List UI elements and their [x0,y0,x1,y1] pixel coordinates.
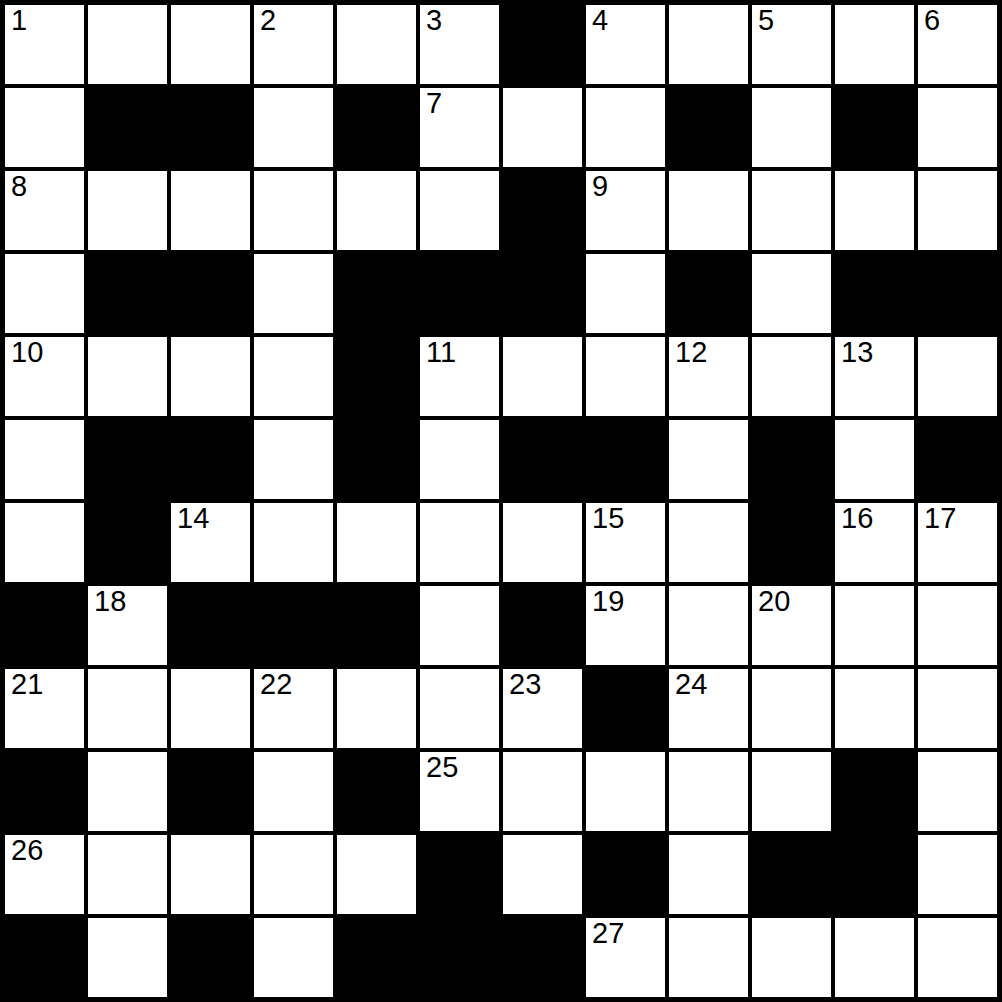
black-cell [88,503,167,582]
black-cell [5,752,84,831]
clue-number: 25 [426,752,458,784]
clue-number: 18 [94,586,126,618]
white-cell[interactable]: 22 [254,669,333,748]
black-cell [337,337,416,416]
black-cell [171,918,250,997]
clue-number: 12 [675,337,707,369]
black-cell [337,752,416,831]
clue-number: 5 [758,5,774,37]
white-cell[interactable] [5,88,84,167]
clue-number: 4 [592,5,608,37]
black-cell [5,586,84,665]
black-cell [835,835,914,914]
black-cell [171,88,250,167]
white-cell[interactable] [669,420,748,499]
clue-number: 9 [592,171,608,203]
white-cell[interactable] [918,835,997,914]
clue-number: 23 [509,669,541,701]
white-cell[interactable]: 7 [420,88,499,167]
white-cell[interactable]: 27 [586,918,665,997]
black-cell [669,88,748,167]
white-cell[interactable] [918,171,997,250]
black-cell [171,586,250,665]
black-cell [337,918,416,997]
white-cell[interactable] [752,337,831,416]
white-cell[interactable] [337,835,416,914]
clue-number: 11 [426,337,456,369]
black-cell [171,420,250,499]
white-cell[interactable] [503,337,582,416]
white-cell[interactable]: 16 [835,503,914,582]
black-cell [337,254,416,333]
black-cell [337,420,416,499]
black-cell [586,420,665,499]
white-cell[interactable] [669,835,748,914]
white-cell[interactable] [669,586,748,665]
clue-number: 24 [675,669,707,701]
white-cell[interactable]: 23 [503,669,582,748]
white-cell[interactable] [88,918,167,997]
white-cell[interactable] [254,171,333,250]
white-cell[interactable] [420,586,499,665]
white-cell[interactable]: 24 [669,669,748,748]
clue-number: 6 [924,5,940,37]
white-cell[interactable] [337,669,416,748]
clue-number: 16 [841,503,873,535]
clue-number: 1 [11,5,27,37]
white-cell[interactable]: 14 [171,503,250,582]
white-cell[interactable]: 2 [254,5,333,84]
black-cell [420,918,499,997]
white-cell[interactable]: 26 [5,835,84,914]
white-cell[interactable] [918,586,997,665]
black-cell [171,254,250,333]
white-cell[interactable] [88,5,167,84]
white-cell[interactable] [420,420,499,499]
white-cell[interactable] [918,88,997,167]
black-cell [503,586,582,665]
white-cell[interactable]: 8 [5,171,84,250]
white-cell[interactable] [171,171,250,250]
white-cell[interactable] [420,171,499,250]
white-cell[interactable] [254,88,333,167]
white-cell[interactable] [752,669,831,748]
black-cell [503,254,582,333]
black-cell [254,586,333,665]
white-cell[interactable] [752,171,831,250]
black-cell [88,88,167,167]
white-cell[interactable]: 25 [420,752,499,831]
clue-number: 2 [260,5,276,37]
white-cell[interactable] [669,171,748,250]
white-cell[interactable] [918,918,997,997]
white-cell[interactable] [586,337,665,416]
white-cell[interactable] [254,337,333,416]
black-cell [918,254,997,333]
white-cell[interactable]: 9 [586,171,665,250]
black-cell [503,5,582,84]
white-cell[interactable] [503,835,582,914]
black-cell [752,835,831,914]
white-cell[interactable] [835,420,914,499]
white-cell[interactable] [420,503,499,582]
white-cell[interactable]: 13 [835,337,914,416]
crossword-grid: 1234567891011121314151617181920212223242… [0,0,1002,1002]
white-cell[interactable] [503,503,582,582]
white-cell[interactable] [254,918,333,997]
clue-number: 13 [841,337,873,369]
clue-number: 26 [11,835,43,867]
white-cell[interactable] [254,835,333,914]
white-cell[interactable] [503,752,582,831]
clue-number: 7 [426,88,442,120]
clue-number: 8 [11,171,27,203]
white-cell[interactable] [835,5,914,84]
white-cell[interactable] [669,503,748,582]
white-cell[interactable] [669,752,748,831]
white-cell[interactable] [669,5,748,84]
white-cell[interactable] [171,5,250,84]
white-cell[interactable]: 19 [586,586,665,665]
white-cell[interactable] [171,337,250,416]
white-cell[interactable] [752,752,831,831]
white-cell[interactable]: 3 [420,5,499,84]
white-cell[interactable] [171,835,250,914]
white-cell[interactable] [5,254,84,333]
black-cell [835,88,914,167]
white-cell[interactable] [171,669,250,748]
black-cell [171,752,250,831]
white-cell[interactable] [835,918,914,997]
black-cell [669,254,748,333]
white-cell[interactable] [752,254,831,333]
white-cell[interactable] [503,88,582,167]
white-cell[interactable] [918,669,997,748]
black-cell [420,835,499,914]
clue-number: 22 [260,669,292,701]
clue-number: 19 [592,586,624,618]
white-cell[interactable]: 12 [669,337,748,416]
white-cell[interactable]: 4 [586,5,665,84]
white-cell[interactable]: 5 [752,5,831,84]
white-cell[interactable] [5,503,84,582]
black-cell [503,420,582,499]
white-cell[interactable]: 17 [918,503,997,582]
clue-number: 15 [592,503,624,535]
white-cell[interactable]: 11 [420,337,499,416]
clue-number: 10 [11,337,43,369]
white-cell[interactable] [88,171,167,250]
white-cell[interactable] [835,669,914,748]
black-cell [752,503,831,582]
black-cell [503,918,582,997]
white-cell[interactable] [918,337,997,416]
white-cell[interactable] [254,503,333,582]
white-cell[interactable] [586,88,665,167]
black-cell [586,669,665,748]
white-cell[interactable] [337,503,416,582]
white-cell[interactable]: 10 [5,337,84,416]
white-cell[interactable]: 6 [918,5,997,84]
white-cell[interactable] [254,752,333,831]
clue-number: 17 [924,503,956,535]
white-cell[interactable] [752,918,831,997]
white-cell[interactable]: 21 [5,669,84,748]
white-cell[interactable]: 1 [5,5,84,84]
white-cell[interactable] [88,337,167,416]
black-cell [420,254,499,333]
black-cell [337,88,416,167]
black-cell [752,420,831,499]
white-cell[interactable] [88,835,167,914]
white-cell[interactable] [254,420,333,499]
white-cell[interactable] [88,669,167,748]
white-cell[interactable]: 20 [752,586,831,665]
white-cell[interactable] [669,918,748,997]
crossword-board: 1234567891011121314151617181920212223242… [0,0,1002,1002]
black-cell [5,918,84,997]
clue-number: 14 [177,503,209,535]
clue-number: 20 [758,586,790,618]
white-cell[interactable]: 15 [586,503,665,582]
black-cell [835,752,914,831]
black-cell [918,420,997,499]
white-cell[interactable] [835,586,914,665]
clue-number: 21 [11,669,43,701]
white-cell[interactable] [337,5,416,84]
black-cell [835,254,914,333]
white-cell[interactable] [918,752,997,831]
black-cell [586,835,665,914]
white-cell[interactable] [586,254,665,333]
clue-number: 3 [426,5,442,37]
white-cell[interactable] [586,752,665,831]
black-cell [337,586,416,665]
black-cell [88,254,167,333]
white-cell[interactable] [5,420,84,499]
white-cell[interactable] [254,254,333,333]
white-cell[interactable] [752,88,831,167]
white-cell[interactable] [88,752,167,831]
white-cell[interactable] [337,171,416,250]
white-cell[interactable]: 18 [88,586,167,665]
black-cell [88,420,167,499]
black-cell [503,171,582,250]
clue-number: 27 [592,918,624,950]
white-cell[interactable] [420,669,499,748]
white-cell[interactable] [835,171,914,250]
